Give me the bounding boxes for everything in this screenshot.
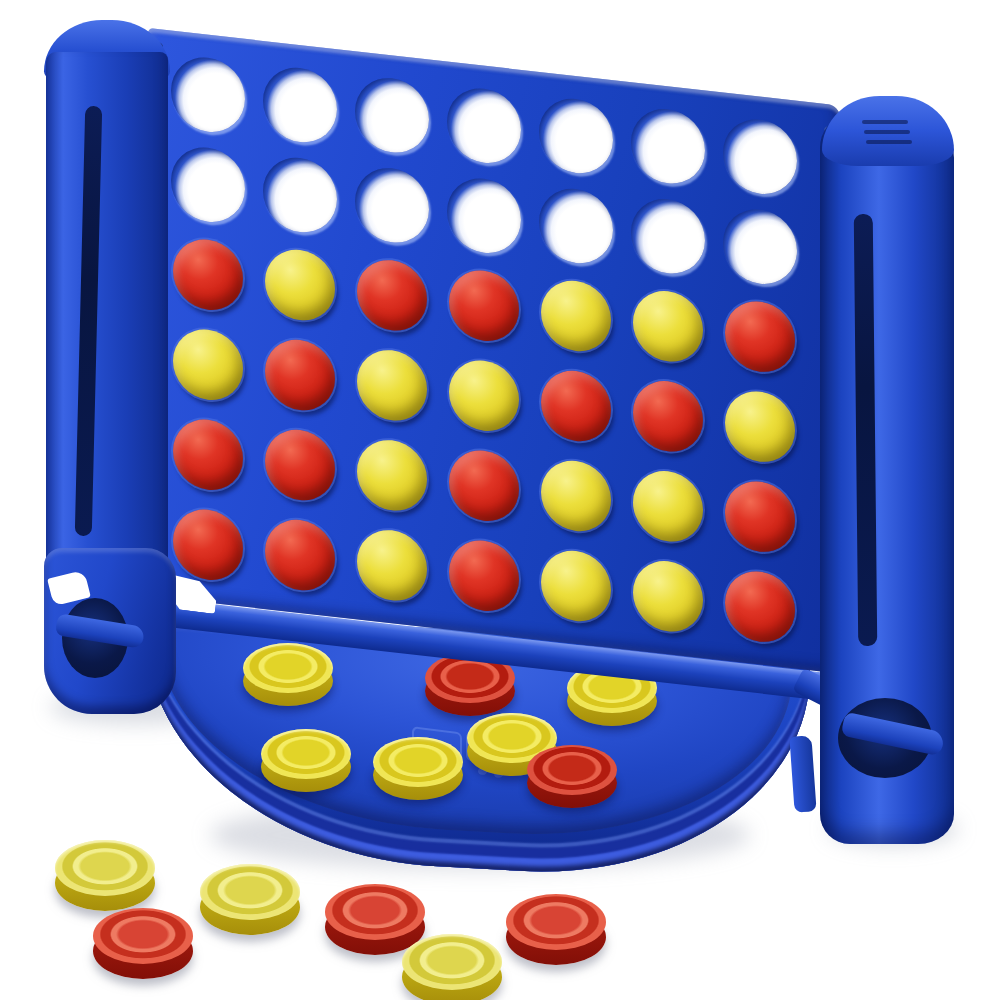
grid-cell-r3c6 [622,276,714,376]
yellow-disc [449,357,519,435]
grid-cell-r6c6 [622,546,714,646]
checker-top [243,643,333,693]
connect4-travel-game-photo [0,0,1000,1000]
yellow-disc [265,246,335,324]
checker-top [261,729,351,779]
cap-ridge [864,130,910,134]
connect4-grid [162,45,806,657]
checker-top [200,864,300,920]
grid-cell-r1c4 [438,76,530,176]
red-disc [449,537,519,615]
grid-cell-r1c3 [346,65,438,165]
empty-hole [539,185,613,267]
yellow-disc [173,326,243,404]
grid-cell-r6c2 [254,505,346,605]
red-checker-flat [527,745,617,808]
grid-cell-r6c4 [438,526,530,626]
red-disc [725,298,795,376]
checker-top [527,745,617,795]
yellow-checker-flat [373,737,463,800]
grid-cell-r1c2 [254,55,346,155]
yellow-disc [357,346,427,424]
yellow-disc [633,467,703,545]
grid-cell-r2c4 [438,166,530,266]
grid-cell-r5c7 [714,466,806,566]
empty-hole [171,54,245,136]
checker-top [325,884,425,940]
red-disc [725,568,795,646]
tray-latch-tab [789,735,816,812]
empty-hole [263,64,337,146]
empty-hole [539,95,613,177]
red-disc [541,367,611,445]
yellow-disc [357,436,427,514]
yellow-disc [541,277,611,355]
yellow-checker-flat [200,864,300,935]
yellow-checker-flat [261,729,351,792]
red-disc [725,478,795,556]
grid-cell-r5c4 [438,436,530,536]
empty-hole [263,154,337,236]
grid-cell-r6c7 [714,556,806,656]
red-disc [173,236,243,314]
yellow-disc [541,457,611,535]
empty-hole [723,205,797,287]
empty-hole [171,144,245,226]
yellow-checker-flat [55,840,155,911]
grid-cell-r4c4 [438,346,530,446]
grid-cell-r5c3 [346,425,438,525]
grid-cell-r3c4 [438,256,530,356]
yellow-checker-flat [243,643,333,706]
checker-top [55,840,155,896]
empty-hole [355,74,429,156]
empty-hole [447,85,521,167]
grid-cell-r6c3 [346,515,438,615]
grid-cell-r2c1 [162,135,254,235]
empty-hole [631,195,705,277]
grid-cell-r1c6 [622,96,714,196]
grid-cell-r3c2 [254,235,346,335]
red-disc [265,426,335,504]
grid-cell-r5c1 [162,405,254,505]
red-checker-flat [93,908,193,979]
grid-cell-r1c1 [162,45,254,145]
grid-cell-r4c5 [530,356,622,456]
checker-top [506,894,606,950]
empty-hole [723,115,797,197]
empty-hole [447,175,521,257]
grid-cell-r1c5 [530,86,622,186]
grid-cell-r2c3 [346,155,438,255]
checker-top [93,908,193,964]
red-disc [173,506,243,584]
grid-cell-r4c6 [622,366,714,466]
grid-cell-r4c3 [346,335,438,435]
grid-cell-r2c7 [714,196,806,296]
checker-top [373,737,463,787]
grid-cell-r3c1 [162,225,254,325]
grid-cell-r3c7 [714,286,806,386]
red-disc [449,447,519,525]
yellow-disc [633,287,703,365]
grid-cell-r1c7 [714,106,806,206]
yellow-disc [633,557,703,635]
grid-cell-r5c5 [530,446,622,546]
red-disc [265,516,335,594]
grid-cell-r2c2 [254,145,346,245]
red-disc [173,416,243,494]
grid-cell-r2c6 [622,186,714,286]
checker-top [402,934,502,990]
grid-cell-r4c7 [714,376,806,476]
grid-cell-r2c5 [530,176,622,276]
cap-ridge [862,120,908,124]
yellow-disc [357,526,427,604]
grid-cell-r4c1 [162,315,254,415]
red-disc [357,256,427,334]
game-board-frame [148,28,840,674]
red-disc [633,377,703,455]
yellow-disc [541,547,611,625]
red-checker-flat [506,894,606,965]
grid-cell-r4c2 [254,325,346,425]
red-disc [265,336,335,414]
grid-cell-r5c6 [622,456,714,556]
empty-hole [631,105,705,187]
yellow-disc [725,388,795,466]
empty-hole [355,164,429,246]
grid-cell-r3c3 [346,245,438,345]
yellow-checker-flat [402,934,502,1000]
red-disc [449,267,519,345]
grid-cell-r5c2 [254,415,346,515]
grid-cell-r6c5 [530,536,622,636]
grid-cell-r3c5 [530,266,622,366]
cap-ridge [866,140,912,144]
